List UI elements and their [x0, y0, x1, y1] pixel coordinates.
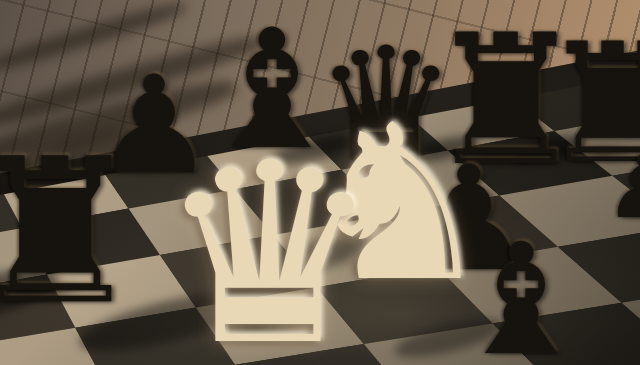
pieces-layer: ♝♛♜♜♟♟♟♞♜♛♝: [0, 0, 640, 365]
black-pawn-h6[interactable]: ♟: [605, 144, 640, 231]
white-queen-c5[interactable]: ♛: [157, 130, 381, 365]
chess-scene: ♝♛♜♜♟♟♟♞♜♛♝: [0, 0, 640, 365]
black-rook-b7[interactable]: ♜: [0, 132, 145, 332]
black-bishop-f5[interactable]: ♝: [452, 223, 590, 365]
